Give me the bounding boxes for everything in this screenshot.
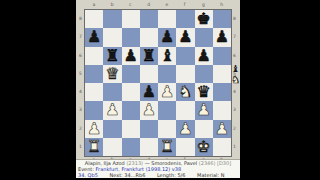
- video-frame: ♚♟♟♟♟♜♟♜♝♟♛♟♟♞♛♟♟♟♟♟♟♜♜♚ aabbccddeeffggh…: [0, 0, 320, 180]
- square-c5[interactable]: [122, 65, 140, 83]
- square-d7[interactable]: [140, 28, 158, 46]
- white-pawn[interactable]: ♟: [215, 120, 229, 136]
- coord-file-c: c: [129, 3, 131, 8]
- coord-file-a: a: [93, 3, 96, 8]
- square-c6[interactable]: ♟: [122, 47, 140, 65]
- chess-board[interactable]: ♚♟♟♟♟♜♟♜♝♟♛♟♟♞♛♟♟♟♟♟♟♜♜♚: [85, 10, 231, 156]
- black-pawn[interactable]: ♟: [178, 29, 192, 45]
- square-d1[interactable]: [140, 138, 158, 156]
- coord-rank-6: 6: [233, 54, 236, 59]
- square-a4[interactable]: [85, 83, 103, 101]
- game-length: Length: 5/6: [157, 172, 186, 178]
- coord-rank-6: 6: [79, 54, 82, 59]
- black-bishop-icon: ♝: [231, 63, 240, 74]
- square-d8[interactable]: [140, 10, 158, 28]
- square-e4[interactable]: ♟: [158, 83, 176, 101]
- square-g7[interactable]: [195, 28, 213, 46]
- square-c7[interactable]: [122, 28, 140, 46]
- coord-rank-3: 3: [233, 108, 236, 113]
- coord-rank-8: 8: [233, 17, 236, 22]
- black-pawn[interactable]: ♟: [87, 29, 101, 45]
- square-h4[interactable]: [213, 83, 231, 101]
- black-bishop[interactable]: ♝: [160, 47, 174, 63]
- white-pawn[interactable]: ♟: [196, 102, 210, 118]
- square-g1[interactable]: ♚: [195, 138, 213, 156]
- square-d2[interactable]: [140, 120, 158, 138]
- square-e7[interactable]: ♟: [158, 28, 176, 46]
- black-player-elo: (2346): [199, 160, 216, 166]
- coord-rank-8: 8: [79, 17, 82, 22]
- square-b8[interactable]: [103, 10, 121, 28]
- square-c2[interactable]: [122, 120, 140, 138]
- square-h1[interactable]: [213, 138, 231, 156]
- square-f4[interactable]: ♞: [176, 83, 194, 101]
- white-pawn[interactable]: ♟: [142, 102, 156, 118]
- square-g6[interactable]: ♟: [195, 47, 213, 65]
- coord-file-f: f: [184, 3, 186, 8]
- square-c3[interactable]: [122, 101, 140, 119]
- white-pawn[interactable]: ♟: [87, 120, 101, 136]
- square-h5[interactable]: [213, 65, 231, 83]
- coord-file-b: b: [111, 3, 114, 8]
- coord-rank-7: 7: [79, 35, 82, 40]
- coord-file-e: e: [166, 3, 169, 8]
- square-f2[interactable]: ♟: [176, 120, 194, 138]
- black-pawn[interactable]: ♟: [215, 29, 229, 45]
- square-g8[interactable]: ♚: [195, 10, 213, 28]
- square-c8[interactable]: [122, 10, 140, 28]
- square-b4[interactable]: [103, 83, 121, 101]
- coord-rank-1: 1: [233, 145, 236, 150]
- black-queen[interactable]: ♛: [196, 84, 210, 100]
- coord-file-d: d: [147, 3, 150, 8]
- coord-rank-2: 2: [79, 127, 82, 132]
- square-b5[interactable]: ♛: [103, 65, 121, 83]
- square-a2[interactable]: ♟: [85, 120, 103, 138]
- square-g4[interactable]: ♛: [195, 83, 213, 101]
- coord-rank-4: 4: [79, 90, 82, 95]
- square-b1[interactable]: [103, 138, 121, 156]
- square-a3[interactable]: [85, 101, 103, 119]
- square-f5[interactable]: [176, 65, 194, 83]
- white-knight-icon: ♞: [231, 74, 240, 85]
- white-queen[interactable]: ♛: [105, 65, 119, 81]
- white-rook[interactable]: ♜: [160, 138, 174, 154]
- square-e2[interactable]: [158, 120, 176, 138]
- coord-rank-2: 2: [233, 127, 236, 132]
- square-e8[interactable]: [158, 10, 176, 28]
- square-e5[interactable]: [158, 65, 176, 83]
- square-e3[interactable]: [158, 101, 176, 119]
- black-king[interactable]: ♚: [196, 11, 210, 27]
- material-balance: Material: N: [197, 172, 224, 178]
- square-a1[interactable]: ♜: [85, 138, 103, 156]
- square-a6[interactable]: [85, 47, 103, 65]
- square-d4[interactable]: ♟: [140, 83, 158, 101]
- square-f8[interactable]: [176, 10, 194, 28]
- last-move: 34. Qb5: [78, 172, 98, 178]
- square-a5[interactable]: [85, 65, 103, 83]
- square-g2[interactable]: [195, 120, 213, 138]
- square-b7[interactable]: [103, 28, 121, 46]
- square-d3[interactable]: ♟: [140, 101, 158, 119]
- coord-file-g: g: [202, 3, 205, 8]
- square-g5[interactable]: [195, 65, 213, 83]
- white-rook[interactable]: ♜: [87, 138, 101, 154]
- coord-rank-7: 7: [233, 35, 236, 40]
- next-move: Next: 34...Rb6: [109, 172, 145, 178]
- black-pawn[interactable]: ♟: [123, 47, 137, 63]
- chess-gui: ♚♟♟♟♟♜♟♜♝♟♛♟♟♞♛♟♟♟♟♟♟♜♜♚ aabbccddeeffggh…: [76, 0, 240, 177]
- square-f6[interactable]: [176, 47, 194, 65]
- square-e6[interactable]: ♝: [158, 47, 176, 65]
- square-h8[interactable]: [213, 10, 231, 28]
- black-rook[interactable]: ♜: [105, 47, 119, 63]
- square-a8[interactable]: [85, 10, 103, 28]
- square-d6[interactable]: ♜: [140, 47, 158, 65]
- square-h2[interactable]: ♟: [213, 120, 231, 138]
- square-h7[interactable]: ♟: [213, 28, 231, 46]
- square-f1[interactable]: [176, 138, 194, 156]
- result-tag: [D30]: [217, 160, 231, 166]
- white-pawn[interactable]: ♟: [178, 120, 192, 136]
- white-king[interactable]: ♚: [196, 138, 210, 154]
- coord-rank-1: 1: [79, 145, 82, 150]
- square-h3[interactable]: [213, 101, 231, 119]
- square-b3[interactable]: ♟: [103, 101, 121, 119]
- material-rail: ♝ ♞: [231, 63, 240, 85]
- white-pawn[interactable]: ♟: [160, 84, 174, 100]
- square-b2[interactable]: [103, 120, 121, 138]
- square-d5[interactable]: [140, 65, 158, 83]
- status-line: 34. Qb5 Next: 34...Rb6 Length: 5/6 Mater…: [78, 173, 240, 179]
- square-c1[interactable]: [122, 138, 140, 156]
- coord-rank-5: 5: [79, 72, 82, 77]
- white-pawn[interactable]: ♟: [105, 102, 119, 118]
- square-h6[interactable]: [213, 47, 231, 65]
- black-rook[interactable]: ♜: [142, 47, 156, 63]
- white-knight[interactable]: ♞: [178, 84, 192, 100]
- caption-panel: Alapin, Ilja Azod (2313) — Smorodenis, P…: [76, 159, 240, 178]
- square-c4[interactable]: [122, 83, 140, 101]
- coord-file-h: h: [220, 3, 223, 8]
- square-g3[interactable]: ♟: [195, 101, 213, 119]
- black-pawn[interactable]: ♟: [142, 84, 156, 100]
- coord-rank-4: 4: [233, 90, 236, 95]
- black-pawn[interactable]: ♟: [196, 47, 210, 63]
- coord-rank-3: 3: [79, 108, 82, 113]
- square-a7[interactable]: ♟: [85, 28, 103, 46]
- square-e1[interactable]: ♜: [158, 138, 176, 156]
- square-b6[interactable]: ♜: [103, 47, 121, 65]
- square-f3[interactable]: [176, 101, 194, 119]
- square-f7[interactable]: ♟: [176, 28, 194, 46]
- black-pawn[interactable]: ♟: [160, 29, 174, 45]
